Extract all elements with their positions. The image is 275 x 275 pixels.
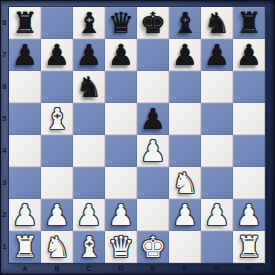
square-g7[interactable]: ♟: [201, 39, 233, 71]
square-d4[interactable]: [105, 135, 137, 167]
white-pawn[interactable]: ♟: [236, 201, 262, 230]
rank-label-4: 4: [0, 135, 9, 167]
white-knight[interactable]: ♞: [172, 169, 198, 198]
square-h4[interactable]: [233, 135, 265, 167]
square-d1[interactable]: ♛: [105, 231, 137, 263]
black-pawn[interactable]: ♟: [76, 41, 102, 70]
white-pawn[interactable]: ♟: [44, 201, 70, 230]
rank-label-7: 7: [0, 39, 9, 71]
black-pawn[interactable]: ♟: [140, 105, 166, 134]
rank-label-1: 1: [0, 231, 9, 263]
square-c1[interactable]: ♝: [73, 231, 105, 263]
black-pawn[interactable]: ♟: [172, 41, 198, 70]
file-label-f: F: [169, 264, 201, 275]
black-pawn[interactable]: ♟: [44, 41, 70, 70]
black-pawn[interactable]: ♟: [108, 41, 134, 70]
square-f4[interactable]: [169, 135, 201, 167]
white-pawn[interactable]: ♟: [204, 201, 230, 230]
square-f3[interactable]: ♞: [169, 167, 201, 199]
square-h6[interactable]: [233, 71, 265, 103]
black-knight[interactable]: ♞: [204, 9, 230, 38]
square-e1[interactable]: ♚: [137, 231, 169, 263]
black-king[interactable]: ♚: [140, 9, 166, 38]
black-pawn[interactable]: ♟: [204, 41, 230, 70]
square-d3[interactable]: [105, 167, 137, 199]
square-g2[interactable]: ♟: [201, 199, 233, 231]
board-grid: ♜♝♛♚♝♞♜♟♟♟♟♟♟♟♞♝♟♟♞♟♟♟♟♟♟♟♜♞♝♛♚♜: [9, 7, 265, 263]
square-h2[interactable]: ♟: [233, 199, 265, 231]
square-a5[interactable]: [9, 103, 41, 135]
square-f1[interactable]: [169, 231, 201, 263]
square-e3[interactable]: [137, 167, 169, 199]
square-d2[interactable]: ♟: [105, 199, 137, 231]
square-b8[interactable]: [41, 7, 73, 39]
square-f6[interactable]: [169, 71, 201, 103]
black-knight[interactable]: ♞: [76, 73, 102, 102]
square-b3[interactable]: [41, 167, 73, 199]
file-label-g: G: [201, 264, 233, 275]
square-g5[interactable]: [201, 103, 233, 135]
square-a2[interactable]: ♟: [9, 199, 41, 231]
black-queen[interactable]: ♛: [108, 9, 134, 38]
square-b2[interactable]: ♟: [41, 199, 73, 231]
square-d7[interactable]: ♟: [105, 39, 137, 71]
square-e7[interactable]: [137, 39, 169, 71]
square-g4[interactable]: [201, 135, 233, 167]
square-h5[interactable]: [233, 103, 265, 135]
square-e4[interactable]: ♟: [137, 135, 169, 167]
black-pawn[interactable]: ♟: [236, 41, 262, 70]
file-label-h: H: [233, 264, 265, 275]
square-h7[interactable]: ♟: [233, 39, 265, 71]
white-pawn[interactable]: ♟: [172, 201, 198, 230]
square-a6[interactable]: [9, 71, 41, 103]
square-b7[interactable]: ♟: [41, 39, 73, 71]
square-c6[interactable]: ♞: [73, 71, 105, 103]
square-e6[interactable]: [137, 71, 169, 103]
square-c8[interactable]: ♝: [73, 7, 105, 39]
square-h1[interactable]: ♜: [233, 231, 265, 263]
square-f5[interactable]: [169, 103, 201, 135]
black-bishop[interactable]: ♝: [76, 9, 102, 38]
rank-label-2: 2: [0, 199, 9, 231]
square-c7[interactable]: ♟: [73, 39, 105, 71]
square-b6[interactable]: [41, 71, 73, 103]
white-pawn[interactable]: ♟: [140, 137, 166, 166]
white-king[interactable]: ♚: [140, 233, 166, 262]
black-bishop[interactable]: ♝: [172, 9, 198, 38]
square-g8[interactable]: ♞: [201, 7, 233, 39]
white-pawn[interactable]: ♟: [76, 201, 102, 230]
square-a8[interactable]: ♜: [9, 7, 41, 39]
rank-label-8: 8: [0, 7, 9, 39]
square-g6[interactable]: [201, 71, 233, 103]
square-d6[interactable]: [105, 71, 137, 103]
square-b4[interactable]: [41, 135, 73, 167]
rank-label-3: 3: [0, 167, 9, 199]
rank-label-5: 5: [0, 103, 9, 135]
black-rook[interactable]: ♜: [236, 9, 262, 38]
square-g3[interactable]: [201, 167, 233, 199]
white-rook[interactable]: ♜: [12, 233, 38, 262]
square-a4[interactable]: [9, 135, 41, 167]
square-b1[interactable]: ♞: [41, 231, 73, 263]
square-h8[interactable]: ♜: [233, 7, 265, 39]
file-label-c: C: [73, 264, 105, 275]
square-f2[interactable]: ♟: [169, 199, 201, 231]
black-pawn[interactable]: ♟: [12, 41, 38, 70]
file-label-e: E: [137, 264, 169, 275]
square-b5[interactable]: ♝: [41, 103, 73, 135]
chessboard: ♜♝♛♚♝♞♜♟♟♟♟♟♟♟♞♝♟♟♞♟♟♟♟♟♟♟♜♞♝♛♚♜ 8765432…: [0, 0, 275, 275]
white-pawn[interactable]: ♟: [12, 201, 38, 230]
file-label-b: B: [41, 264, 73, 275]
square-g1[interactable]: [201, 231, 233, 263]
square-f8[interactable]: ♝: [169, 7, 201, 39]
black-rook[interactable]: ♜: [12, 9, 38, 38]
square-c5[interactable]: [73, 103, 105, 135]
square-d5[interactable]: [105, 103, 137, 135]
white-queen[interactable]: ♛: [108, 233, 134, 262]
white-bishop[interactable]: ♝: [76, 233, 102, 262]
white-pawn[interactable]: ♟: [108, 201, 134, 230]
square-e8[interactable]: ♚: [137, 7, 169, 39]
file-label-a: A: [9, 264, 41, 275]
square-a7[interactable]: ♟: [9, 39, 41, 71]
square-e2[interactable]: [137, 199, 169, 231]
white-rook[interactable]: ♜: [236, 233, 262, 262]
square-d8[interactable]: ♛: [105, 7, 137, 39]
square-a3[interactable]: [9, 167, 41, 199]
white-knight[interactable]: ♞: [44, 233, 70, 262]
square-e5[interactable]: ♟: [137, 103, 169, 135]
square-c2[interactable]: ♟: [73, 199, 105, 231]
square-c3[interactable]: [73, 167, 105, 199]
file-label-d: D: [105, 264, 137, 275]
square-c4[interactable]: [73, 135, 105, 167]
square-a1[interactable]: ♜: [9, 231, 41, 263]
white-bishop[interactable]: ♝: [44, 105, 70, 134]
rank-label-6: 6: [0, 71, 9, 103]
square-h3[interactable]: [233, 167, 265, 199]
square-f7[interactable]: ♟: [169, 39, 201, 71]
